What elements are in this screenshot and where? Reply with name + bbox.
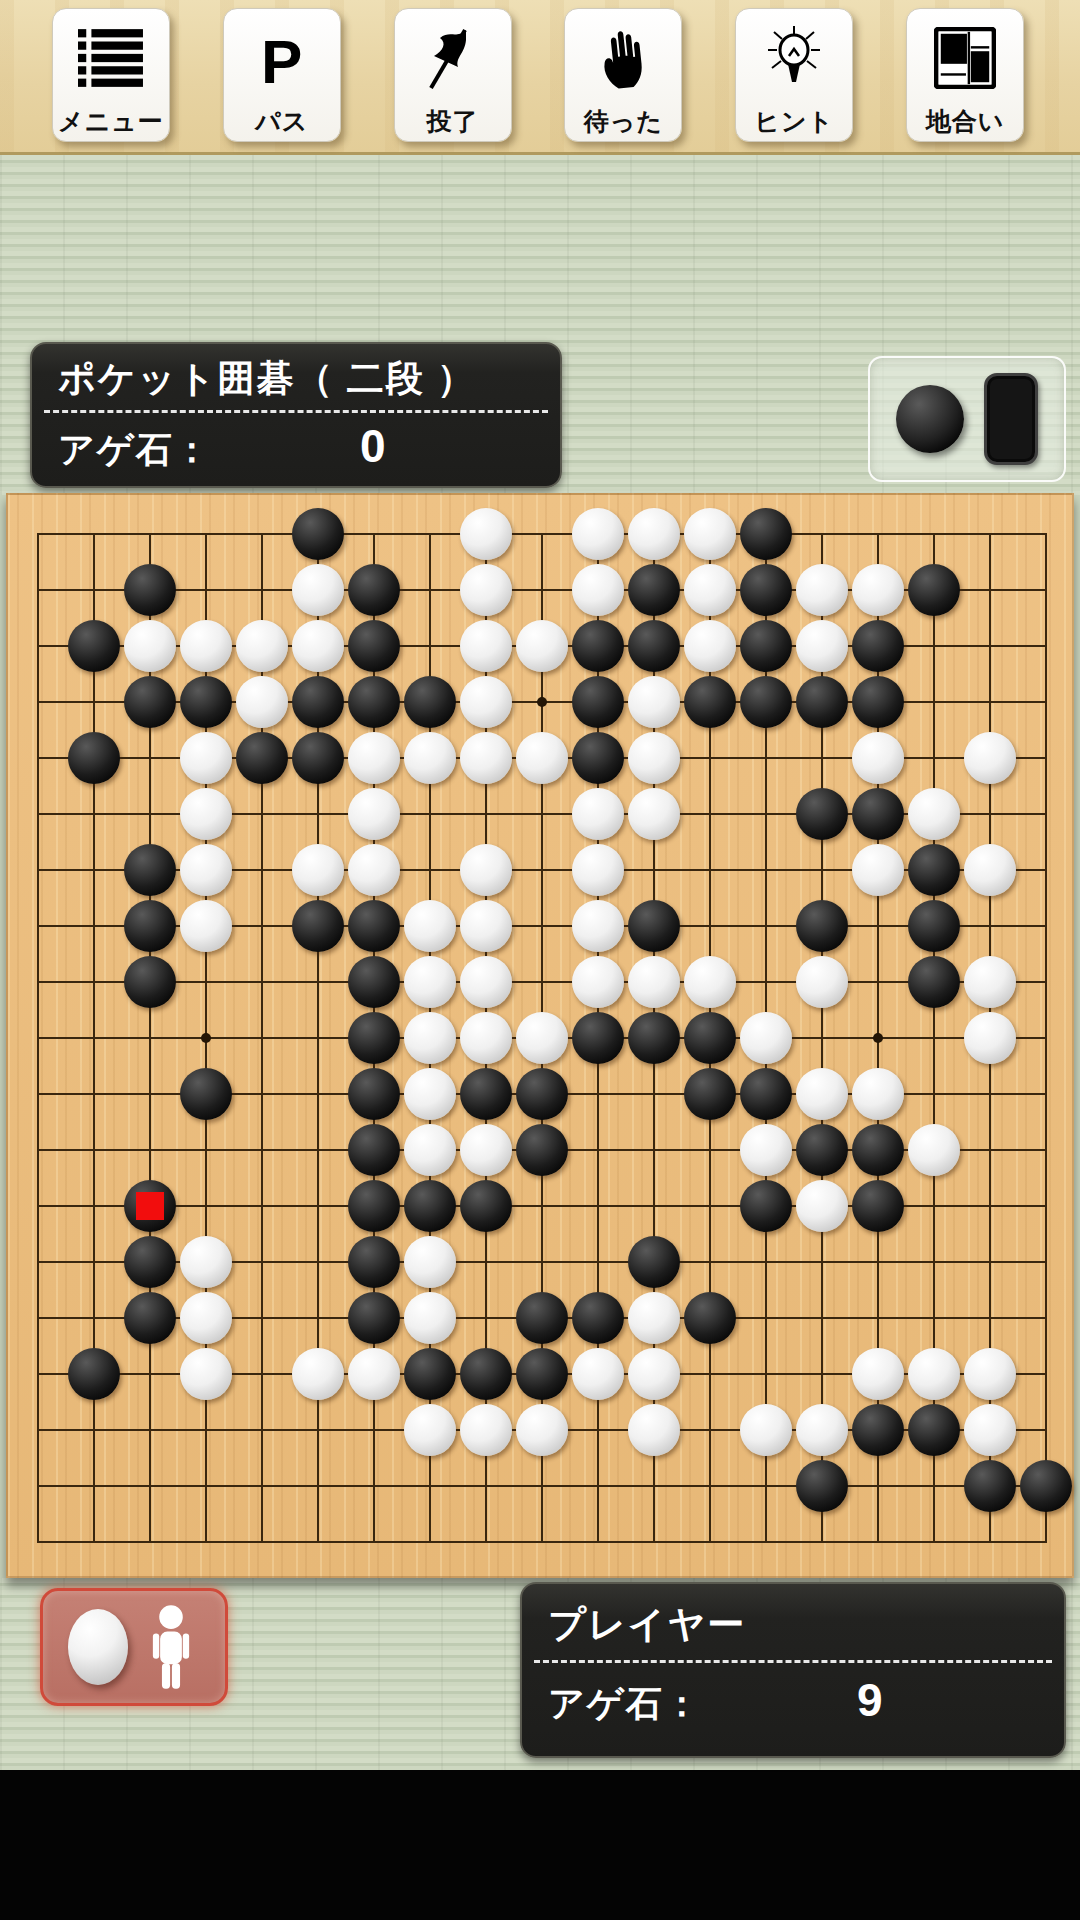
white-stone	[572, 1348, 624, 1400]
black-stone	[1020, 1460, 1072, 1512]
black-stone	[348, 1068, 400, 1120]
white-stone	[572, 956, 624, 1008]
black-stone-icon	[896, 385, 964, 453]
white-stone	[460, 508, 512, 560]
white-stone	[348, 732, 400, 784]
black-stone	[852, 1124, 904, 1176]
black-stone	[684, 1292, 736, 1344]
white-stone	[572, 900, 624, 952]
white-stone	[796, 956, 848, 1008]
white-stone	[460, 956, 512, 1008]
pass-button-label: パス	[255, 108, 308, 136]
white-stone	[964, 732, 1016, 784]
white-stone	[460, 844, 512, 896]
white-stone	[796, 1180, 848, 1232]
black-stone	[852, 1180, 904, 1232]
black-stone	[852, 676, 904, 728]
player-name: プレイヤー	[548, 1600, 1038, 1650]
black-stone	[348, 1292, 400, 1344]
hint-button[interactable]: ヒント	[735, 8, 853, 142]
black-stone	[740, 508, 792, 560]
resign-flag-icon	[395, 9, 511, 108]
pass-icon: P	[224, 9, 340, 108]
black-stone	[292, 508, 344, 560]
white-stone	[628, 1404, 680, 1456]
black-stone	[572, 620, 624, 672]
white-stone	[852, 732, 904, 784]
black-stone	[628, 1012, 680, 1064]
white-stone	[740, 1012, 792, 1064]
white-stone	[628, 732, 680, 784]
opponent-name: ポケット囲碁（ 二段 ）	[58, 354, 534, 404]
territory-icon	[907, 9, 1023, 108]
black-stone	[908, 1404, 960, 1456]
black-stone	[796, 788, 848, 840]
white-stone	[180, 844, 232, 896]
black-stone	[740, 620, 792, 672]
black-stone	[180, 1068, 232, 1120]
black-stone	[124, 1236, 176, 1288]
white-stone	[796, 564, 848, 616]
white-stone	[124, 620, 176, 672]
white-stone	[180, 1236, 232, 1288]
black-stone	[292, 900, 344, 952]
black-stone	[348, 564, 400, 616]
black-stone	[292, 732, 344, 784]
white-stone	[684, 564, 736, 616]
black-stone	[908, 956, 960, 1008]
white-stone	[908, 788, 960, 840]
white-stone	[180, 1292, 232, 1344]
white-stone	[572, 844, 624, 896]
menu-button[interactable]: メニュー	[52, 8, 170, 142]
white-stone	[460, 676, 512, 728]
black-stone	[404, 1180, 456, 1232]
black-stone	[796, 900, 848, 952]
white-stone	[796, 1068, 848, 1120]
opponent-captures-count: 0	[212, 419, 534, 473]
white-stone	[236, 620, 288, 672]
white-stone	[852, 1068, 904, 1120]
white-stone	[348, 1348, 400, 1400]
white-stone	[460, 1012, 512, 1064]
black-stone	[684, 1012, 736, 1064]
white-stone	[404, 1404, 456, 1456]
black-stone	[124, 676, 176, 728]
white-stone	[292, 620, 344, 672]
last-move-marker	[136, 1192, 164, 1220]
black-stone	[796, 676, 848, 728]
white-stone	[572, 564, 624, 616]
white-stone	[404, 900, 456, 952]
person-icon	[142, 1602, 200, 1692]
black-stone	[628, 564, 680, 616]
white-stone	[404, 956, 456, 1008]
white-stone	[740, 1404, 792, 1456]
black-stone	[348, 676, 400, 728]
black-stone	[908, 564, 960, 616]
black-stone	[628, 1236, 680, 1288]
black-stone	[124, 1292, 176, 1344]
black-stone	[572, 732, 624, 784]
black-stone	[740, 1180, 792, 1232]
black-stone	[124, 900, 176, 952]
star-point	[201, 1033, 211, 1043]
star-point	[873, 1033, 883, 1043]
white-stone	[964, 1012, 1016, 1064]
white-stone	[628, 956, 680, 1008]
black-stone	[516, 1292, 568, 1344]
black-stone	[740, 676, 792, 728]
undo-hand-icon	[565, 9, 681, 108]
black-stone	[852, 1404, 904, 1456]
black-stone	[796, 1124, 848, 1176]
white-stone	[628, 508, 680, 560]
black-stone	[124, 1180, 176, 1232]
black-stone	[236, 732, 288, 784]
white-stone	[628, 676, 680, 728]
white-stone	[628, 788, 680, 840]
star-point	[537, 697, 547, 707]
white-stone	[236, 676, 288, 728]
cpu-phone-icon	[984, 373, 1038, 465]
white-stone	[292, 564, 344, 616]
white-stone	[460, 564, 512, 616]
board-grid	[37, 533, 1047, 1543]
black-stone	[460, 1068, 512, 1120]
black-stone	[852, 788, 904, 840]
black-stone	[180, 676, 232, 728]
white-stone	[404, 1124, 456, 1176]
black-stone	[292, 676, 344, 728]
white-stone	[404, 1012, 456, 1064]
white-stone	[684, 620, 736, 672]
black-stone	[516, 1124, 568, 1176]
white-stone	[796, 620, 848, 672]
white-stone	[404, 1292, 456, 1344]
white-stone	[404, 1068, 456, 1120]
white-stone	[460, 732, 512, 784]
opponent-info-panel: ポケット囲碁（ 二段 ） アゲ石： 0	[30, 342, 562, 488]
player-captures-count: 9	[702, 1673, 1038, 1727]
white-stone	[964, 1348, 1016, 1400]
opponent-captures-label: アゲ石：	[58, 426, 212, 475]
resign-button[interactable]: 投了	[394, 8, 512, 142]
white-stone	[516, 1012, 568, 1064]
black-stone	[460, 1348, 512, 1400]
black-stone	[68, 732, 120, 784]
white-stone	[516, 620, 568, 672]
white-stone	[292, 1348, 344, 1400]
white-stone	[516, 1404, 568, 1456]
black-stone	[124, 956, 176, 1008]
white-stone	[964, 844, 1016, 896]
black-stone	[908, 844, 960, 896]
black-stone	[124, 564, 176, 616]
bottom-black-bar	[0, 1770, 1080, 1920]
white-stone	[572, 508, 624, 560]
black-stone	[404, 676, 456, 728]
white-stone	[180, 788, 232, 840]
black-stone	[628, 900, 680, 952]
player-turn-badge	[40, 1588, 228, 1706]
white-stone	[516, 732, 568, 784]
white-stone	[348, 844, 400, 896]
black-stone	[348, 900, 400, 952]
black-stone	[348, 1180, 400, 1232]
go-board[interactable]	[6, 493, 1074, 1578]
player-info-panel: プレイヤー アゲ石： 9	[520, 1582, 1066, 1758]
white-stone	[684, 956, 736, 1008]
black-stone	[908, 900, 960, 952]
black-stone	[348, 1236, 400, 1288]
black-stone	[348, 956, 400, 1008]
undo-button-label: 待った	[584, 108, 663, 136]
black-stone	[684, 1068, 736, 1120]
menu-button-label: メニュー	[58, 108, 164, 136]
white-stone	[964, 956, 1016, 1008]
black-stone	[852, 620, 904, 672]
white-stone-icon	[68, 1609, 128, 1685]
player-captures-label: アゲ石：	[548, 1680, 702, 1729]
white-stone	[964, 1404, 1016, 1456]
black-stone	[740, 1068, 792, 1120]
black-stone	[516, 1348, 568, 1400]
white-stone	[404, 1236, 456, 1288]
hint-bulb-icon	[736, 9, 852, 108]
toolbar: メニュー P パス 投了 待った	[0, 0, 1080, 152]
white-stone	[404, 732, 456, 784]
white-stone	[796, 1404, 848, 1456]
white-stone	[460, 900, 512, 952]
white-stone	[852, 564, 904, 616]
white-stone	[908, 1348, 960, 1400]
black-stone	[628, 620, 680, 672]
white-stone	[628, 1292, 680, 1344]
opponent-side-badge	[868, 356, 1066, 482]
white-stone	[180, 620, 232, 672]
white-stone	[628, 1348, 680, 1400]
black-stone	[460, 1180, 512, 1232]
black-stone	[572, 1292, 624, 1344]
black-stone	[572, 1012, 624, 1064]
white-stone	[684, 508, 736, 560]
black-stone	[348, 1012, 400, 1064]
black-stone	[348, 620, 400, 672]
black-stone	[404, 1348, 456, 1400]
black-stone	[124, 844, 176, 896]
white-stone	[460, 620, 512, 672]
panel-divider	[44, 410, 548, 413]
resign-button-label: 投了	[427, 108, 479, 136]
white-stone	[908, 1124, 960, 1176]
territory-button[interactable]: 地合い	[906, 8, 1024, 142]
white-stone	[180, 900, 232, 952]
black-stone	[68, 620, 120, 672]
white-stone	[180, 1348, 232, 1400]
territory-button-label: 地合い	[926, 108, 1005, 136]
panel-divider	[534, 1660, 1052, 1663]
black-stone	[68, 1348, 120, 1400]
white-stone	[572, 788, 624, 840]
black-stone	[964, 1460, 1016, 1512]
white-stone	[460, 1124, 512, 1176]
black-stone	[572, 676, 624, 728]
hint-button-label: ヒント	[754, 108, 834, 136]
pass-button[interactable]: P パス	[223, 8, 341, 142]
white-stone	[292, 844, 344, 896]
white-stone	[348, 788, 400, 840]
white-stone	[740, 1124, 792, 1176]
menu-icon	[53, 9, 169, 108]
black-stone	[348, 1124, 400, 1176]
white-stone	[460, 1404, 512, 1456]
black-stone	[740, 564, 792, 616]
white-stone	[852, 1348, 904, 1400]
black-stone	[796, 1460, 848, 1512]
white-stone	[180, 732, 232, 784]
undo-button[interactable]: 待った	[564, 8, 682, 142]
white-stone	[852, 844, 904, 896]
black-stone	[684, 676, 736, 728]
black-stone	[516, 1068, 568, 1120]
